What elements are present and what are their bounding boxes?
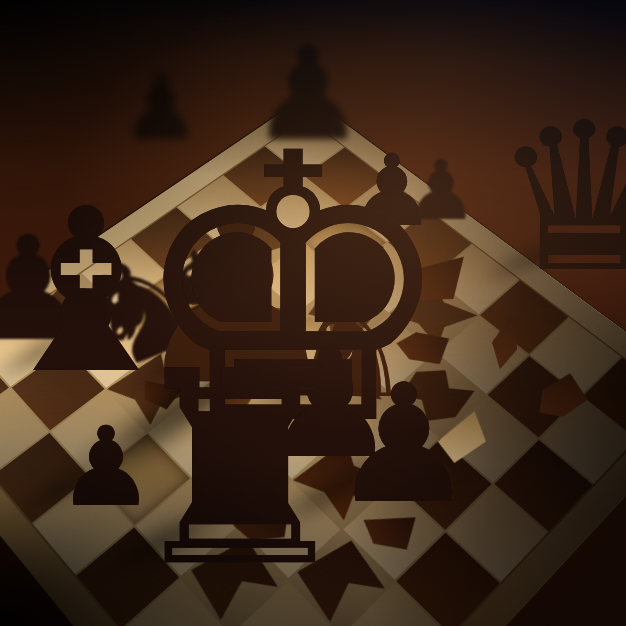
pieces-layer: ♚♟♝♞♞♛♟♟♟♟♞♟♟♜♟♟ [0, 0, 626, 626]
piece-queen: ♛ [482, 96, 626, 301]
piece-rook: ♜ [107, 336, 374, 603]
chess-scene: ♚♟♝♞♞♛♟♟♟♟♞♟♟♜♟♟ [0, 0, 626, 626]
